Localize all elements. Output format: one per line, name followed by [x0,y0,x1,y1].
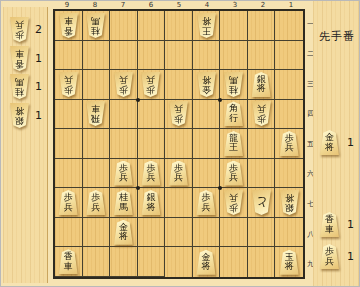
shogi-piece-歩兵[interactable]: 歩兵 [85,190,106,215]
piece-kanji: 銀 [15,116,24,126]
piece-kanji: 香 [15,59,24,69]
piece-kanji: 行 [229,114,238,124]
piece-kanji: 兵 [325,257,334,267]
board-square-47[interactable]: 歩兵 [193,188,221,218]
shogi-piece-玉将[interactable]: 玉将 [279,250,300,275]
piece-kanji: 将 [146,203,155,213]
board-square-64[interactable] [138,100,166,130]
board-square-88[interactable] [83,218,111,248]
piece-kanji: 歩 [257,114,266,124]
board-square-91[interactable]: 香車 [55,11,83,41]
piece-kanji: 兵 [174,173,183,183]
piece-kanji: 兵 [257,104,266,114]
piece-kanji: 歩 [146,84,155,94]
board-square-32[interactable] [220,41,248,71]
piece-kanji: 兵 [202,203,211,213]
board-square-86[interactable] [83,159,111,189]
board-square-22[interactable] [248,41,276,71]
piece-kanji: 王 [229,143,238,153]
shogi-piece-金将[interactable]: 金将 [319,130,340,155]
piece-kanji: 将 [325,143,334,153]
hoshi-star-point [218,98,222,102]
piece-kanji: 将 [285,193,294,203]
board-square-95[interactable] [55,129,83,159]
board-square-43[interactable]: 金将 [193,70,221,100]
board-square-18[interactable] [275,218,303,248]
board-square-72[interactable] [110,41,138,71]
shogi-piece-銀将[interactable]: 銀将 [140,190,161,215]
shogi-piece-歩兵[interactable]: 歩兵 [113,72,134,97]
shogi-piece-金将[interactable]: 金将 [196,250,217,275]
board-square-68[interactable] [138,218,166,248]
shogi-piece-歩兵[interactable]: 歩兵 [168,101,189,126]
hand-piece-count: 1 [35,52,42,65]
piece-kanji: 歩 [119,84,128,94]
piece-kanji: 馬 [15,77,24,87]
shogi-piece-香車[interactable]: 香車 [58,13,79,38]
piece-kanji: 将 [257,84,266,94]
board-square-89[interactable] [83,247,111,277]
board-square-27[interactable]: と [248,188,276,218]
shogi-piece-歩兵[interactable]: 歩兵 [319,244,340,269]
turn-indicator: 先手番 [314,29,360,44]
shogi-app-window: 歩兵2香車1桂馬1銀将1 987654321 香車桂馬王将歩兵歩兵歩兵金将桂馬銀… [0,0,360,287]
board-square-14[interactable] [275,100,303,130]
piece-kanji: 将 [202,16,211,26]
shogi-piece-銀将[interactable]: 銀将 [279,190,300,215]
file-label: 6 [137,1,165,9]
board-square-67[interactable]: 銀将 [138,188,166,218]
board-square-25[interactable] [248,129,276,159]
shogi-piece-龍王[interactable]: 龍王 [223,131,244,156]
board-square-45[interactable] [193,129,221,159]
piece-kanji: 兵 [285,143,294,153]
piece-kanji: 王 [202,25,211,35]
board-square-34[interactable]: 角行 [220,100,248,130]
file-label: 9 [53,1,81,9]
file-label: 2 [249,1,277,9]
file-label: 8 [81,1,109,9]
board-square-51[interactable] [165,11,193,41]
piece-kanji: 桂 [229,84,238,94]
piece-kanji: 馬 [229,75,238,85]
hand-piece-count: 1 [347,250,354,263]
board-square-58[interactable] [165,218,193,248]
shogi-piece-桂馬[interactable]: 桂馬 [9,74,30,99]
shogi-piece-歩兵[interactable]: 歩兵 [58,190,79,215]
piece-kanji: 飛 [91,114,100,124]
shogi-piece-桂馬[interactable]: 桂馬 [223,72,244,97]
board-square-21[interactable] [248,11,276,41]
shogi-piece-と[interactable]: と [251,190,272,215]
piece-kanji: 将 [202,75,211,85]
board-square-66[interactable]: 歩兵 [138,159,166,189]
piece-kanji: 香 [64,25,73,35]
piece-kanji: 兵 [146,75,155,85]
file-label: 5 [165,1,193,9]
board-square-98[interactable] [55,218,83,248]
shogi-piece-飛車[interactable]: 飛車 [85,101,106,126]
board-square-49[interactable]: 金将 [193,247,221,277]
board-square-35[interactable]: 龍王 [220,129,248,159]
piece-kanji: と [255,196,267,209]
shogi-piece-桂馬[interactable]: 桂馬 [113,190,134,215]
board-square-11[interactable] [275,11,303,41]
board-square-39[interactable] [220,247,248,277]
board-square-15[interactable]: 歩兵 [275,129,303,159]
board-square-36[interactable]: 歩兵 [220,159,248,189]
piece-kanji: 兵 [119,75,128,85]
file-label: 7 [109,1,137,9]
board-square-33[interactable]: 桂馬 [220,70,248,100]
shogi-piece-王将[interactable]: 王将 [196,13,217,38]
board-square-12[interactable] [275,41,303,71]
board-square-57[interactable] [165,188,193,218]
file-label: 4 [193,1,221,9]
board-square-46[interactable] [193,159,221,189]
board-square-75[interactable] [110,129,138,159]
piece-kanji: 桂 [15,87,24,97]
hand-piece-count: 1 [35,109,42,122]
piece-kanji: 車 [64,16,73,26]
piece-kanji: 兵 [64,203,73,213]
shogi-piece-歩兵[interactable]: 歩兵 [58,72,79,97]
piece-kanji: 歩 [174,114,183,124]
piece-kanji: 兵 [64,75,73,85]
board-square-38[interactable] [220,218,248,248]
hand-piece-count: 1 [35,80,42,93]
board-square-26[interactable] [248,159,276,189]
piece-kanji: 兵 [146,173,155,183]
shogi-piece-歩兵[interactable]: 歩兵 [223,161,244,186]
shogi-piece-角行[interactable]: 角行 [223,101,244,126]
board-square-94[interactable] [55,100,83,130]
file-coordinate-labels: 987654321 [53,1,305,9]
board-square-82[interactable] [83,41,111,71]
shogi-piece-歩兵[interactable]: 歩兵 [140,72,161,97]
piece-kanji: 兵 [15,20,24,30]
board-square-69[interactable] [138,247,166,277]
hoshi-star-point [136,98,140,102]
piece-kanji: 歩 [64,84,73,94]
shogi-piece-銀将[interactable]: 銀将 [9,103,30,128]
board-square-56[interactable]: 歩兵 [165,159,193,189]
file-label: 1 [277,1,305,9]
piece-kanji: 兵 [174,104,183,114]
piece-kanji: 兵 [91,203,100,213]
piece-kanji: 車 [64,262,73,272]
board-square-76[interactable]: 歩兵 [110,159,138,189]
board-square-63[interactable]: 歩兵 [138,70,166,100]
piece-kanji: 歩 [229,203,238,213]
piece-kanji: 桂 [91,25,100,35]
board-square-52[interactable] [165,41,193,71]
piece-kanji: 馬 [119,203,128,213]
shogi-piece-桂馬[interactable]: 桂馬 [85,13,106,38]
piece-kanji: 銀 [285,203,294,213]
board-square-78[interactable]: 金将 [110,218,138,248]
shogi-piece-香車[interactable]: 香車 [9,46,30,71]
piece-kanji: 金 [202,84,211,94]
board-square-84[interactable]: 飛車 [83,100,111,130]
board-square-65[interactable] [138,129,166,159]
board-square-28[interactable] [248,218,276,248]
piece-kanji: 車 [15,49,24,59]
board-square-96[interactable] [55,159,83,189]
piece-kanji: 車 [325,225,334,235]
hoshi-star-point [218,186,222,190]
file-label: 3 [221,1,249,9]
shogi-piece-歩兵[interactable]: 歩兵 [223,190,244,215]
piece-kanji: 将 [285,262,294,272]
piece-kanji: 兵 [229,173,238,183]
board-square-83[interactable] [83,70,111,100]
board-square-37[interactable]: 歩兵 [220,188,248,218]
shogi-piece-香車[interactable]: 香車 [58,249,79,274]
board-square-93[interactable]: 歩兵 [55,70,83,100]
shogi-piece-香車[interactable]: 香車 [319,212,340,237]
board-square-31[interactable] [220,11,248,41]
board-square-99[interactable]: 香車 [55,247,83,277]
shogi-piece-歩兵[interactable]: 歩兵 [113,161,134,186]
piece-kanji: 兵 [229,193,238,203]
board-square-13[interactable] [275,70,303,100]
gote-hand-tray: 歩兵2香車1桂馬1銀将1 [3,7,48,283]
board-square-41[interactable]: 王将 [193,11,221,41]
hand-piece-count: 1 [347,218,354,231]
board-square-24[interactable]: 歩兵 [248,100,276,130]
shogi-piece-金将[interactable]: 金将 [196,72,217,97]
shogi-piece-金将[interactable]: 金将 [113,220,134,245]
shogi-piece-歩兵[interactable]: 歩兵 [9,17,30,42]
hand-piece-count: 1 [347,136,354,149]
board-square-19[interactable]: 玉将 [275,247,303,277]
board-square-61[interactable] [138,11,166,41]
shogi-piece-歩兵[interactable]: 歩兵 [140,161,161,186]
board-square-17[interactable]: 銀将 [275,188,303,218]
board-square-74[interactable] [110,100,138,130]
piece-kanji: 歩 [15,30,24,40]
piece-kanji: 馬 [91,16,100,26]
shogi-piece-歩兵[interactable]: 歩兵 [251,101,272,126]
piece-kanji: 将 [119,232,128,242]
hoshi-star-point [136,186,140,190]
board-square-48[interactable] [193,218,221,248]
shogi-piece-銀将[interactable]: 銀将 [251,72,272,97]
piece-kanji: 兵 [119,173,128,183]
board-square-77[interactable]: 桂馬 [110,188,138,218]
board-square-59[interactable] [165,247,193,277]
board-square-55[interactable] [165,129,193,159]
shogi-board: 香車桂馬王将歩兵歩兵歩兵金将桂馬銀将飛車歩兵角行歩兵龍王歩兵歩兵歩兵歩兵歩兵歩兵… [53,9,305,279]
piece-kanji: 車 [91,104,100,114]
board-square-85[interactable] [83,129,111,159]
board-square-92[interactable] [55,41,83,71]
shogi-piece-歩兵[interactable]: 歩兵 [279,131,300,156]
board-square-79[interactable] [110,247,138,277]
shogi-piece-歩兵[interactable]: 歩兵 [196,190,217,215]
shogi-piece-歩兵[interactable]: 歩兵 [168,161,189,186]
piece-kanji: 将 [15,106,24,116]
board-square-53[interactable] [165,70,193,100]
board-square-73[interactable]: 歩兵 [110,70,138,100]
hand-piece-count: 2 [35,23,42,36]
board-square-54[interactable]: 歩兵 [165,100,193,130]
board-square-23[interactable]: 銀将 [248,70,276,100]
board-square-81[interactable]: 桂馬 [83,11,111,41]
board-square-71[interactable] [110,11,138,41]
board-square-16[interactable] [275,159,303,189]
board-square-87[interactable]: 歩兵 [83,188,111,218]
board-square-97[interactable]: 歩兵 [55,188,83,218]
board-square-29[interactable] [248,247,276,277]
piece-kanji: 将 [202,262,211,272]
board-square-62[interactable] [138,41,166,71]
board-square-42[interactable] [193,41,221,71]
board-square-44[interactable] [193,100,221,130]
